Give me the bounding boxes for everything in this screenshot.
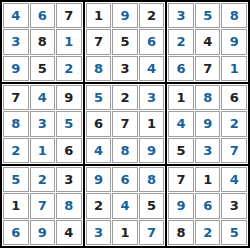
cell-r7c7[interactable]: 7 [168, 167, 194, 192]
cell-r8c2[interactable]: 7 [30, 193, 56, 218]
cell-r6c4[interactable]: 4 [86, 138, 112, 163]
box-3: 358249671 [167, 2, 248, 82]
cell-r4c7[interactable]: 1 [168, 85, 194, 110]
box-2: 192756834 [85, 2, 166, 82]
cell-r5c5[interactable]: 7 [112, 111, 138, 136]
cell-r1c2[interactable]: 6 [30, 3, 56, 28]
cell-r2c3[interactable]: 1 [56, 29, 82, 54]
cell-r1c8[interactable]: 5 [195, 3, 221, 28]
box-9: 714963825 [167, 166, 248, 246]
cell-r8c8[interactable]: 6 [195, 193, 221, 218]
cell-r3c2[interactable]: 5 [30, 56, 56, 81]
cell-r3c3[interactable]: 2 [56, 56, 82, 81]
sudoku-board: 4673819521927568343582496717498352165236… [0, 0, 250, 248]
cell-r8c7[interactable]: 9 [168, 193, 194, 218]
cell-r5c6[interactable]: 1 [139, 111, 165, 136]
cell-r5c8[interactable]: 9 [195, 111, 221, 136]
cell-r1c5[interactable]: 9 [112, 3, 138, 28]
cell-r8c6[interactable]: 5 [139, 193, 165, 218]
cell-r7c9[interactable]: 4 [221, 167, 247, 192]
cell-r4c1[interactable]: 7 [3, 85, 29, 110]
cell-r5c7[interactable]: 4 [168, 111, 194, 136]
cell-r4c9[interactable]: 6 [221, 85, 247, 110]
cell-r9c5[interactable]: 1 [112, 220, 138, 245]
cell-r2c6[interactable]: 6 [139, 29, 165, 54]
cell-r1c9[interactable]: 8 [221, 3, 247, 28]
cell-r8c3[interactable]: 8 [56, 193, 82, 218]
cell-r9c3[interactable]: 4 [56, 220, 82, 245]
cell-r7c4[interactable]: 9 [86, 167, 112, 192]
cell-r9c4[interactable]: 3 [86, 220, 112, 245]
cell-r6c5[interactable]: 8 [112, 138, 138, 163]
cell-r9c8[interactable]: 2 [195, 220, 221, 245]
cell-r5c3[interactable]: 5 [56, 111, 82, 136]
cell-r3c9[interactable]: 1 [221, 56, 247, 81]
cell-r2c5[interactable]: 5 [112, 29, 138, 54]
cell-r9c2[interactable]: 9 [30, 220, 56, 245]
cell-r9c1[interactable]: 6 [3, 220, 29, 245]
cell-r5c1[interactable]: 8 [3, 111, 29, 136]
cell-r9c9[interactable]: 5 [221, 220, 247, 245]
cell-r4c5[interactable]: 2 [112, 85, 138, 110]
box-1: 467381952 [2, 2, 83, 82]
cell-r6c2[interactable]: 1 [30, 138, 56, 163]
cell-r6c9[interactable]: 7 [221, 138, 247, 163]
cell-r5c2[interactable]: 3 [30, 111, 56, 136]
cell-r3c4[interactable]: 8 [86, 56, 112, 81]
box-5: 523671489 [85, 84, 166, 164]
cell-r2c2[interactable]: 8 [30, 29, 56, 54]
cell-r2c4[interactable]: 7 [86, 29, 112, 54]
cell-r3c8[interactable]: 7 [195, 56, 221, 81]
box-4: 749835216 [2, 84, 83, 164]
cell-r1c4[interactable]: 1 [86, 3, 112, 28]
cell-r2c1[interactable]: 3 [3, 29, 29, 54]
cell-r3c6[interactable]: 4 [139, 56, 165, 81]
cell-r1c7[interactable]: 3 [168, 3, 194, 28]
cell-r7c1[interactable]: 5 [3, 167, 29, 192]
cell-r2c7[interactable]: 2 [168, 29, 194, 54]
cell-r3c7[interactable]: 6 [168, 56, 194, 81]
cell-r8c1[interactable]: 1 [3, 193, 29, 218]
cell-r8c9[interactable]: 3 [221, 193, 247, 218]
cell-r2c8[interactable]: 4 [195, 29, 221, 54]
cell-r2c9[interactable]: 9 [221, 29, 247, 54]
box-6: 186492537 [167, 84, 248, 164]
cell-r6c3[interactable]: 6 [56, 138, 82, 163]
cell-r6c1[interactable]: 2 [3, 138, 29, 163]
cell-r6c8[interactable]: 3 [195, 138, 221, 163]
box-7: 523178694 [2, 166, 83, 246]
cell-r4c3[interactable]: 9 [56, 85, 82, 110]
cell-r4c6[interactable]: 3 [139, 85, 165, 110]
cell-r3c5[interactable]: 3 [112, 56, 138, 81]
cell-r9c7[interactable]: 8 [168, 220, 194, 245]
cell-r4c4[interactable]: 5 [86, 85, 112, 110]
cell-r7c2[interactable]: 2 [30, 167, 56, 192]
cell-r6c6[interactable]: 9 [139, 138, 165, 163]
cell-r5c4[interactable]: 6 [86, 111, 112, 136]
cell-r7c6[interactable]: 8 [139, 167, 165, 192]
cell-r1c6[interactable]: 2 [139, 3, 165, 28]
cell-r4c2[interactable]: 4 [30, 85, 56, 110]
cell-r1c1[interactable]: 4 [3, 3, 29, 28]
cell-r7c8[interactable]: 1 [195, 167, 221, 192]
cell-r9c6[interactable]: 7 [139, 220, 165, 245]
cell-r6c7[interactable]: 5 [168, 138, 194, 163]
cell-r1c3[interactable]: 7 [56, 3, 82, 28]
cell-r4c8[interactable]: 8 [195, 85, 221, 110]
cell-r8c4[interactable]: 2 [86, 193, 112, 218]
cell-r3c1[interactable]: 9 [3, 56, 29, 81]
cell-r5c9[interactable]: 2 [221, 111, 247, 136]
cell-r8c5[interactable]: 4 [112, 193, 138, 218]
box-8: 968245317 [85, 166, 166, 246]
cell-r7c5[interactable]: 6 [112, 167, 138, 192]
cell-r7c3[interactable]: 3 [56, 167, 82, 192]
